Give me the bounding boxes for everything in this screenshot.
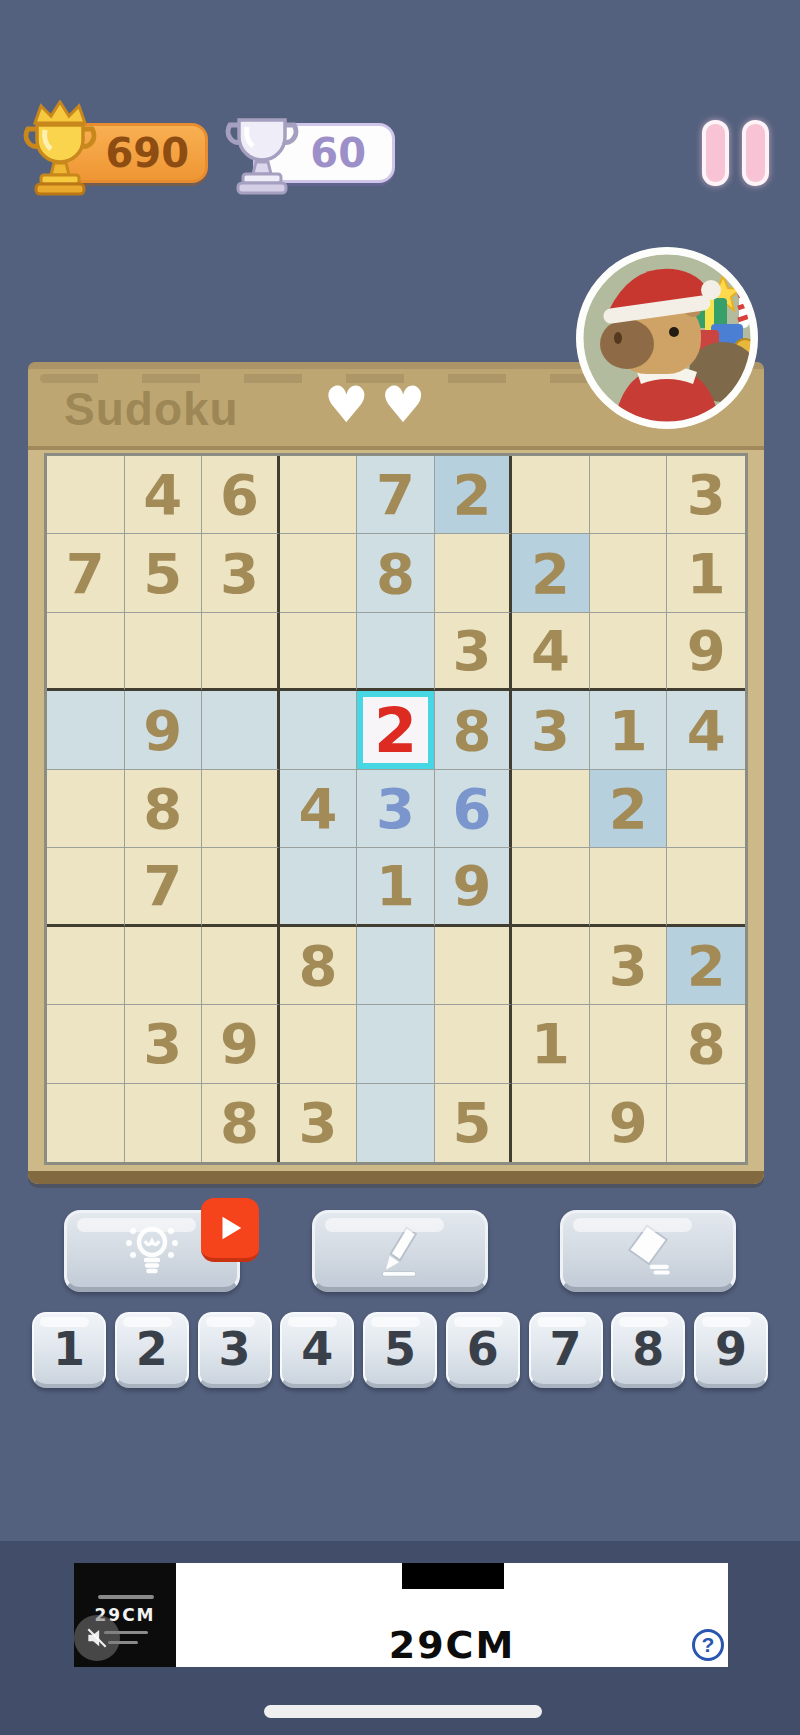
mute-button[interactable] [74,1615,120,1661]
cell-r8c8[interactable] [590,1005,668,1083]
hint-video-badge[interactable] [201,1198,259,1262]
notes-button[interactable] [312,1210,488,1292]
cell-r8c2[interactable]: 3 [125,1005,203,1083]
cell-r7c8[interactable]: 3 [590,927,668,1005]
cell-r1c2[interactable]: 4 [125,456,203,534]
cell-r9c2[interactable] [125,1084,203,1162]
cell-r4c5[interactable]: 2 [357,691,435,769]
game-screen: 690 60 [0,0,800,1735]
capybara-avatar[interactable] [575,246,759,430]
cell-r9c9[interactable] [667,1084,745,1162]
cell-r1c6[interactable]: 2 [435,456,513,534]
heart-icon: ♥ [324,378,369,432]
cell-r4c9[interactable]: 4 [667,691,745,769]
cell-r5c4[interactable]: 4 [280,770,358,848]
cell-r4c3[interactable] [202,691,280,769]
ad-video-thumbnail[interactable]: 29CM [74,1563,176,1667]
cell-r3c1[interactable] [47,613,125,691]
cell-r3c7[interactable]: 4 [512,613,590,691]
ad-logo-bar [402,1563,504,1589]
cell-r7c1[interactable] [47,927,125,1005]
cell-r1c8[interactable] [590,456,668,534]
cell-r8c7[interactable]: 1 [512,1005,590,1083]
page-title: Sudoku [64,382,239,436]
cell-r2c8[interactable] [590,534,668,612]
numkey-7[interactable]: 7 [529,1312,603,1388]
cell-r1c5[interactable]: 7 [357,456,435,534]
cell-r9c8[interactable]: 9 [590,1084,668,1162]
numkey-1[interactable]: 1 [32,1312,106,1388]
cell-r5c7[interactable] [512,770,590,848]
numkey-4[interactable]: 4 [280,1312,354,1388]
cell-r1c7[interactable] [512,456,590,534]
cell-r6c1[interactable] [47,848,125,926]
cell-r6c8[interactable] [590,848,668,926]
cell-r2c7[interactable]: 2 [512,534,590,612]
numkey-9[interactable]: 9 [694,1312,768,1388]
cell-r3c2[interactable] [125,613,203,691]
silver-trophy-icon [218,106,306,202]
numkey-2[interactable]: 2 [115,1312,189,1388]
cell-r1c9[interactable]: 3 [667,456,745,534]
heart-icon: ♥ [381,378,426,432]
cell-r1c3[interactable]: 6 [202,456,280,534]
cell-r1c1[interactable] [47,456,125,534]
cell-r3c6[interactable]: 3 [435,613,513,691]
numkey-5[interactable]: 5 [363,1312,437,1388]
cell-r4c2[interactable]: 9 [125,691,203,769]
cell-r7c6[interactable] [435,927,513,1005]
cell-r1c4[interactable] [280,456,358,534]
gold-score: 690 [106,130,190,176]
cell-r6c7[interactable] [512,848,590,926]
cell-r6c3[interactable] [202,848,280,926]
numkey-6[interactable]: 6 [446,1312,520,1388]
ad-banner[interactable]: 29CM 29CM ? [74,1563,728,1667]
cell-r2c3[interactable]: 3 [202,534,280,612]
cell-r6c4[interactable] [280,848,358,926]
cell-r5c2[interactable]: 8 [125,770,203,848]
cell-r7c2[interactable] [125,927,203,1005]
hint-bulb-icon [120,1218,184,1282]
board-seam [28,446,764,450]
cell-r5c6[interactable]: 6 [435,770,513,848]
cell-r8c9[interactable]: 8 [667,1005,745,1083]
cell-r8c6[interactable] [435,1005,513,1083]
cell-r4c1[interactable] [47,691,125,769]
cell-r9c4[interactable]: 3 [280,1084,358,1162]
cell-r8c4[interactable] [280,1005,358,1083]
eraser-icon [618,1220,678,1280]
cell-r5c1[interactable] [47,770,125,848]
home-indicator[interactable] [264,1705,542,1718]
sudoku-board: Sudoku ♥ ♥ 46723753821349928314843627198… [28,362,764,1184]
numkey-3[interactable]: 3 [198,1312,272,1388]
cell-r9c5[interactable] [357,1084,435,1162]
cell-r2c2[interactable]: 5 [125,534,203,612]
cell-r8c5[interactable] [357,1005,435,1083]
cell-r3c4[interactable] [280,613,358,691]
cell-r2c4[interactable] [280,534,358,612]
cell-r4c6[interactable]: 8 [435,691,513,769]
cell-r6c6[interactable]: 9 [435,848,513,926]
cell-r4c8[interactable]: 1 [590,691,668,769]
cell-r2c6[interactable] [435,534,513,612]
ad-headline: 29CM [176,1623,728,1667]
cell-r7c7[interactable] [512,927,590,1005]
cell-r8c3[interactable]: 9 [202,1005,280,1083]
silver-score: 60 [310,130,366,176]
cell-r3c9[interactable]: 9 [667,613,745,691]
cell-r4c4[interactable] [280,691,358,769]
board-bottom-edge [28,1171,764,1184]
number-pad: 1 2 3 4 5 6 7 8 9 [32,1312,768,1388]
cell-r4c7[interactable]: 3 [512,691,590,769]
cell-r2c1[interactable]: 7 [47,534,125,612]
numkey-8[interactable]: 8 [611,1312,685,1388]
lives-indicator: ♥ ♥ [324,378,426,432]
ad-help-label: ? [702,1633,715,1657]
cell-r2c5[interactable]: 8 [357,534,435,612]
cell-r3c3[interactable] [202,613,280,691]
gold-trophy-icon [16,100,104,202]
cell-r9c6[interactable]: 5 [435,1084,513,1162]
cell-r9c3[interactable]: 8 [202,1084,280,1162]
pause-icon [702,120,729,186]
erase-button[interactable] [560,1210,736,1292]
pencil-icon [370,1220,430,1280]
cell-r6c5[interactable]: 1 [357,848,435,926]
pause-button[interactable] [702,120,772,188]
cell-r5c3[interactable] [202,770,280,848]
cell-r9c1[interactable] [47,1084,125,1162]
cell-r7c4[interactable]: 8 [280,927,358,1005]
cell-r5c8[interactable]: 2 [590,770,668,848]
ad-micro-text [98,1595,154,1599]
cell-r5c5[interactable]: 3 [357,770,435,848]
cell-r7c5[interactable] [357,927,435,1005]
pause-icon [742,120,769,186]
cell-r7c3[interactable] [202,927,280,1005]
cell-r6c2[interactable]: 7 [125,848,203,926]
cell-r7c9[interactable]: 2 [667,927,745,1005]
cell-r8c1[interactable] [47,1005,125,1083]
cell-r6c9[interactable] [667,848,745,926]
cell-r3c8[interactable] [590,613,668,691]
sudoku-grid: 467237538213499283148436271983239188359 [44,453,748,1165]
ad-help-button[interactable]: ? [692,1629,724,1661]
cell-r3c5[interactable] [357,613,435,691]
cell-r2c9[interactable]: 1 [667,534,745,612]
cell-r5c9[interactable] [667,770,745,848]
cell-r9c7[interactable] [512,1084,590,1162]
play-icon [210,1208,250,1248]
muted-speaker-icon [84,1625,110,1651]
